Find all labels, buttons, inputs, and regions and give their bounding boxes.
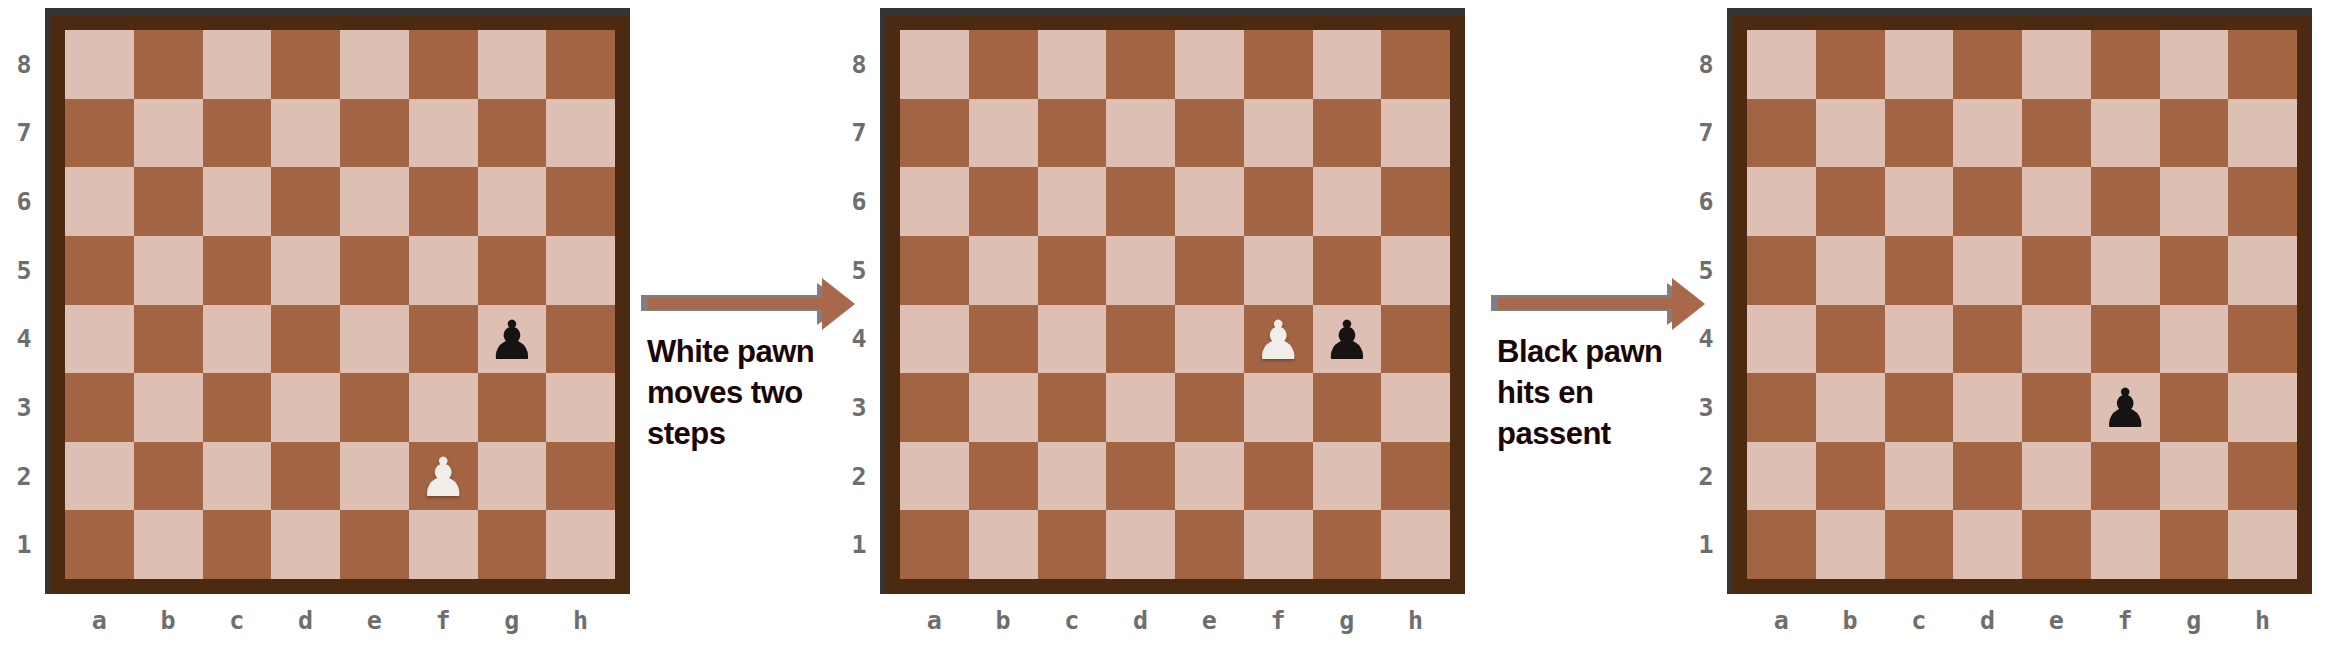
square-a2: [65, 442, 134, 511]
board-frame: ♟: [1727, 8, 2312, 594]
square-a4: [1747, 305, 1816, 374]
square-h6: [1381, 167, 1450, 236]
file-label-f: f: [2091, 602, 2160, 638]
square-f3: ♟: [2091, 373, 2160, 442]
caption-line: moves two: [647, 372, 863, 413]
square-d1: [271, 510, 340, 579]
square-d4: [1953, 305, 2022, 374]
square-h5: [546, 236, 615, 305]
square-c4: [203, 305, 272, 374]
square-c2: [203, 442, 272, 511]
square-e5: [2022, 236, 2091, 305]
square-a4: [65, 305, 134, 374]
file-label-c: c: [1885, 602, 1954, 638]
rank-label-6: 6: [843, 167, 875, 236]
square-b8: [134, 30, 203, 99]
chessboard-after-en-passant: 87654321 ♟ abcdefgh: [1727, 8, 2312, 594]
square-a6: [900, 167, 969, 236]
transition-white-move: White pawn moves two steps: [641, 278, 863, 454]
square-f7: [1244, 99, 1313, 168]
square-a5: [65, 236, 134, 305]
square-h6: [546, 167, 615, 236]
square-f7: [409, 99, 478, 168]
file-label-b: b: [134, 602, 203, 638]
square-e7: [2022, 99, 2091, 168]
square-b8: [969, 30, 1038, 99]
square-e2: [2022, 442, 2091, 511]
square-f5: [2091, 236, 2160, 305]
black-pawn: ♟: [2101, 382, 2149, 436]
square-a2: [1747, 442, 1816, 511]
square-c1: [1885, 510, 1954, 579]
square-f7: [2091, 99, 2160, 168]
square-h7: [2228, 99, 2297, 168]
square-c2: [1885, 442, 1954, 511]
square-g1: [2160, 510, 2229, 579]
file-label-h: h: [2228, 602, 2297, 638]
square-d6: [271, 167, 340, 236]
caption-line: steps: [647, 413, 863, 454]
square-c8: [203, 30, 272, 99]
file-label-g: g: [478, 602, 547, 638]
square-g5: [2160, 236, 2229, 305]
arrow-right-icon: [641, 278, 857, 330]
square-b8: [1816, 30, 1885, 99]
square-d1: [1106, 510, 1175, 579]
square-g2: [478, 442, 547, 511]
file-label-h: h: [1381, 602, 1450, 638]
square-d8: [1106, 30, 1175, 99]
square-b6: [1816, 167, 1885, 236]
file-label-d: d: [1106, 602, 1175, 638]
square-f5: [1244, 236, 1313, 305]
square-e5: [340, 236, 409, 305]
square-d2: [1106, 442, 1175, 511]
square-f4: [409, 305, 478, 374]
square-e8: [340, 30, 409, 99]
square-c4: [1038, 305, 1107, 374]
caption-line: White pawn: [647, 331, 863, 372]
square-a3: [1747, 373, 1816, 442]
square-a5: [900, 236, 969, 305]
square-d3: [271, 373, 340, 442]
square-g8: [1313, 30, 1382, 99]
arrow-right-icon: [1491, 278, 1707, 330]
square-g4: ♟: [1313, 305, 1382, 374]
file-label-c: c: [203, 602, 272, 638]
square-d6: [1953, 167, 2022, 236]
square-g2: [2160, 442, 2229, 511]
caption-line: passent: [1497, 413, 1713, 454]
square-a3: [65, 373, 134, 442]
square-h4: [1381, 305, 1450, 374]
square-d8: [1953, 30, 2022, 99]
square-f4: [2091, 305, 2160, 374]
square-d7: [271, 99, 340, 168]
square-f2: ♟: [409, 442, 478, 511]
square-h1: [546, 510, 615, 579]
rank-label-1: 1: [8, 510, 40, 579]
file-label-d: d: [271, 602, 340, 638]
square-h1: [2228, 510, 2297, 579]
file-label-e: e: [1175, 602, 1244, 638]
square-h5: [1381, 236, 1450, 305]
square-c3: [203, 373, 272, 442]
arrow-shaft: [1498, 298, 1684, 309]
file-label-f: f: [1244, 602, 1313, 638]
square-e6: [1175, 167, 1244, 236]
square-e2: [340, 442, 409, 511]
square-d7: [1106, 99, 1175, 168]
square-c3: [1038, 373, 1107, 442]
square-b3: [1816, 373, 1885, 442]
square-b2: [1816, 442, 1885, 511]
rank-label-2: 2: [843, 442, 875, 511]
caption-line: hits en: [1497, 372, 1713, 413]
square-g7: [478, 99, 547, 168]
square-e6: [2022, 167, 2091, 236]
square-e4: [1175, 305, 1244, 374]
square-a5: [1747, 236, 1816, 305]
square-c6: [1885, 167, 1954, 236]
square-d4: [1106, 305, 1175, 374]
rank-label-2: 2: [8, 442, 40, 511]
square-e5: [1175, 236, 1244, 305]
square-a8: [900, 30, 969, 99]
rank-labels: 87654321: [1690, 30, 1722, 579]
square-e8: [2022, 30, 2091, 99]
square-c7: [203, 99, 272, 168]
square-b2: [969, 442, 1038, 511]
square-g3: [478, 373, 547, 442]
square-b1: [969, 510, 1038, 579]
square-e3: [2022, 373, 2091, 442]
file-label-a: a: [65, 602, 134, 638]
transition-black-capture: Black pawn hits en passent: [1491, 278, 1713, 454]
square-f8: [2091, 30, 2160, 99]
rank-label-4: 4: [8, 305, 40, 374]
square-a8: [65, 30, 134, 99]
square-a7: [900, 99, 969, 168]
square-a8: [1747, 30, 1816, 99]
square-d6: [1106, 167, 1175, 236]
square-g6: [2160, 167, 2229, 236]
rank-label-5: 5: [1690, 236, 1722, 305]
square-h4: [2228, 305, 2297, 374]
file-label-f: f: [409, 602, 478, 638]
square-a3: [900, 373, 969, 442]
rank-label-3: 3: [843, 373, 875, 442]
square-c5: [1885, 236, 1954, 305]
square-f8: [409, 30, 478, 99]
square-b5: [969, 236, 1038, 305]
square-h7: [1381, 99, 1450, 168]
square-h8: [1381, 30, 1450, 99]
square-h5: [2228, 236, 2297, 305]
square-e7: [1175, 99, 1244, 168]
square-h7: [546, 99, 615, 168]
square-c7: [1885, 99, 1954, 168]
square-h3: [1381, 373, 1450, 442]
square-f1: [409, 510, 478, 579]
square-e2: [1175, 442, 1244, 511]
square-c6: [1038, 167, 1107, 236]
file-label-g: g: [2160, 602, 2229, 638]
square-f1: [1244, 510, 1313, 579]
square-h1: [1381, 510, 1450, 579]
square-g8: [2160, 30, 2229, 99]
chessboard-after-two-step: 87654321 ♟♟ abcdefgh: [880, 8, 1465, 594]
board-grid: ♟: [1747, 30, 2297, 579]
square-e4: [340, 305, 409, 374]
square-a4: [900, 305, 969, 374]
square-h2: [1381, 442, 1450, 511]
rank-label-1: 1: [843, 510, 875, 579]
chessboard-before-move: 87654321 ♟♟ abcdefgh: [45, 8, 630, 594]
square-h2: [546, 442, 615, 511]
square-g8: [478, 30, 547, 99]
square-d3: [1953, 373, 2022, 442]
file-labels: abcdefgh: [1747, 602, 2297, 638]
board-frame: ♟♟: [880, 8, 1465, 594]
rank-label-5: 5: [843, 236, 875, 305]
arrow-shaft: [648, 298, 834, 309]
square-c2: [1038, 442, 1107, 511]
square-b6: [969, 167, 1038, 236]
square-b6: [134, 167, 203, 236]
white-pawn: ♟: [1254, 314, 1302, 368]
square-g5: [1313, 236, 1382, 305]
square-b7: [1816, 99, 1885, 168]
file-label-g: g: [1313, 602, 1382, 638]
square-b7: [134, 99, 203, 168]
square-a1: [65, 510, 134, 579]
file-labels: abcdefgh: [900, 602, 1450, 638]
square-f6: [2091, 167, 2160, 236]
square-d5: [1106, 236, 1175, 305]
square-a6: [65, 167, 134, 236]
square-b1: [134, 510, 203, 579]
square-g6: [478, 167, 547, 236]
square-b2: [134, 442, 203, 511]
square-b5: [134, 236, 203, 305]
square-g6: [1313, 167, 1382, 236]
square-d3: [1106, 373, 1175, 442]
square-g4: [2160, 305, 2229, 374]
square-g5: [478, 236, 547, 305]
square-f3: [1244, 373, 1313, 442]
file-labels: abcdefgh: [65, 602, 615, 638]
file-label-d: d: [1953, 602, 2022, 638]
square-e8: [1175, 30, 1244, 99]
rank-label-3: 3: [1690, 373, 1722, 442]
rank-labels: 87654321: [8, 30, 40, 579]
file-label-b: b: [969, 602, 1038, 638]
square-d4: [271, 305, 340, 374]
square-a2: [900, 442, 969, 511]
square-b3: [134, 373, 203, 442]
rank-label-8: 8: [8, 30, 40, 99]
square-f3: [409, 373, 478, 442]
square-g7: [2160, 99, 2229, 168]
square-h3: [546, 373, 615, 442]
square-c8: [1885, 30, 1954, 99]
rank-label-3: 3: [8, 373, 40, 442]
square-e6: [340, 167, 409, 236]
file-label-h: h: [546, 602, 615, 638]
square-h8: [2228, 30, 2297, 99]
file-label-e: e: [2022, 602, 2091, 638]
square-b4: [134, 305, 203, 374]
square-e1: [2022, 510, 2091, 579]
rank-label-8: 8: [1690, 30, 1722, 99]
square-c1: [203, 510, 272, 579]
rank-label-6: 6: [8, 167, 40, 236]
square-h6: [2228, 167, 2297, 236]
rank-label-1: 1: [1690, 510, 1722, 579]
square-h4: [546, 305, 615, 374]
square-b3: [969, 373, 1038, 442]
square-g3: [1313, 373, 1382, 442]
file-label-a: a: [1747, 602, 1816, 638]
square-e1: [340, 510, 409, 579]
square-d2: [1953, 442, 2022, 511]
rank-label-7: 7: [1690, 99, 1722, 168]
square-g7: [1313, 99, 1382, 168]
square-a7: [1747, 99, 1816, 168]
square-d2: [271, 442, 340, 511]
rank-label-4: 4: [1690, 305, 1722, 374]
square-c8: [1038, 30, 1107, 99]
square-d8: [271, 30, 340, 99]
square-c7: [1038, 99, 1107, 168]
rank-label-2: 2: [1690, 442, 1722, 511]
rank-label-4: 4: [843, 305, 875, 374]
square-a7: [65, 99, 134, 168]
file-label-e: e: [340, 602, 409, 638]
rank-label-7: 7: [843, 99, 875, 168]
square-f8: [1244, 30, 1313, 99]
square-e7: [340, 99, 409, 168]
rank-label-6: 6: [1690, 167, 1722, 236]
square-f1: [2091, 510, 2160, 579]
square-b5: [1816, 236, 1885, 305]
square-c3: [1885, 373, 1954, 442]
white-pawn: ♟: [419, 451, 467, 505]
rank-labels: 87654321: [843, 30, 875, 579]
file-label-a: a: [900, 602, 969, 638]
square-h3: [2228, 373, 2297, 442]
square-e4: [2022, 305, 2091, 374]
square-a1: [900, 510, 969, 579]
square-b4: [969, 305, 1038, 374]
file-label-c: c: [1038, 602, 1107, 638]
board-frame: ♟♟: [45, 8, 630, 594]
rank-label-7: 7: [8, 99, 40, 168]
square-e3: [340, 373, 409, 442]
square-h2: [2228, 442, 2297, 511]
square-e1: [1175, 510, 1244, 579]
square-c5: [203, 236, 272, 305]
square-f2: [1244, 442, 1313, 511]
square-c1: [1038, 510, 1107, 579]
file-label-b: b: [1816, 602, 1885, 638]
square-a1: [1747, 510, 1816, 579]
caption-white-move: White pawn moves two steps: [641, 331, 863, 454]
square-f6: [1244, 167, 1313, 236]
square-d5: [271, 236, 340, 305]
square-c6: [203, 167, 272, 236]
rank-label-8: 8: [843, 30, 875, 99]
square-a6: [1747, 167, 1816, 236]
square-d1: [1953, 510, 2022, 579]
square-f4: ♟: [1244, 305, 1313, 374]
square-g4: ♟: [478, 305, 547, 374]
square-g1: [1313, 510, 1382, 579]
square-b4: [1816, 305, 1885, 374]
square-c5: [1038, 236, 1107, 305]
caption-line: Black pawn: [1497, 331, 1713, 372]
square-f2: [2091, 442, 2160, 511]
square-e3: [1175, 373, 1244, 442]
square-b1: [1816, 510, 1885, 579]
board-grid: ♟♟: [65, 30, 615, 579]
square-f5: [409, 236, 478, 305]
square-f6: [409, 167, 478, 236]
black-pawn: ♟: [1323, 314, 1371, 368]
black-pawn: ♟: [488, 314, 536, 368]
rank-label-5: 5: [8, 236, 40, 305]
board-grid: ♟♟: [900, 30, 1450, 579]
square-b7: [969, 99, 1038, 168]
square-d7: [1953, 99, 2022, 168]
square-h8: [546, 30, 615, 99]
square-d5: [1953, 236, 2022, 305]
square-g2: [1313, 442, 1382, 511]
square-g3: [2160, 373, 2229, 442]
square-g1: [478, 510, 547, 579]
square-c4: [1885, 305, 1954, 374]
caption-black-capture: Black pawn hits en passent: [1491, 331, 1713, 454]
